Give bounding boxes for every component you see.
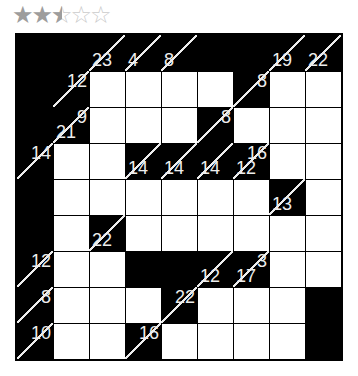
cell-r0c4: 8 (161, 35, 197, 71)
cell-r3c2[interactable] (89, 143, 125, 179)
cell-r5c4[interactable] (161, 215, 197, 251)
cell-r0c1 (53, 35, 89, 71)
cell-r7c7[interactable] (269, 287, 305, 323)
cell-r7c2[interactable] (89, 287, 125, 323)
star-full-icon: ★ (12, 0, 32, 30)
across-clue: 9 (77, 108, 87, 126)
cell-r4c6[interactable] (233, 179, 269, 215)
cell-r5c7[interactable] (269, 215, 305, 251)
cell-r2c2[interactable] (89, 107, 125, 143)
cell-r3c3: 14 (125, 143, 161, 179)
across-clue: 12 (31, 252, 51, 270)
cell-r5c1[interactable] (53, 215, 89, 251)
star-full-icon: ★ (32, 0, 52, 30)
cell-r4c1[interactable] (53, 179, 89, 215)
down-clue: 23 (92, 51, 112, 69)
cell-r3c5: 14 (197, 143, 233, 179)
down-clue: 22 (308, 51, 328, 69)
down-clue: 21 (56, 123, 76, 141)
cell-r3c4: 14 (161, 143, 197, 179)
down-clue: 22 (92, 231, 112, 249)
cell-r4c0 (17, 179, 53, 215)
cell-r1c4[interactable] (161, 71, 197, 107)
cell-r6c7[interactable] (269, 251, 305, 287)
cell-r4c3[interactable] (125, 179, 161, 215)
down-clue: 17 (236, 267, 256, 285)
cell-r3c1[interactable] (53, 143, 89, 179)
cell-r6c1[interactable] (53, 251, 89, 287)
across-clue: 16 (247, 144, 267, 162)
cell-r3c6: 1216 (233, 143, 269, 179)
cell-r1c7[interactable] (269, 71, 305, 107)
cell-r8c1[interactable] (53, 323, 89, 359)
cell-r8c8 (305, 323, 341, 359)
cell-r0c2: 23 (89, 35, 125, 71)
difficulty-rating: ★★☆★☆☆ (12, 0, 110, 32)
cell-r7c0: 8 (17, 287, 53, 323)
cell-r7c6[interactable] (233, 287, 269, 323)
cell-r8c4[interactable] (161, 323, 197, 359)
cell-r5c2: 22 (89, 215, 125, 251)
down-clue: 8 (164, 51, 174, 69)
cell-r5c3[interactable] (125, 215, 161, 251)
down-clue: 19 (272, 51, 292, 69)
cell-r2c4[interactable] (161, 107, 197, 143)
cell-r4c7: 13 (269, 179, 305, 215)
down-clue: 4 (128, 51, 138, 69)
across-clue: 8 (221, 108, 231, 126)
cell-r0c5 (197, 35, 233, 71)
cell-r2c1: 219 (53, 107, 89, 143)
cell-r8c3: 16 (125, 323, 161, 359)
across-clue: 8 (257, 72, 267, 90)
down-clue: 13 (272, 195, 292, 213)
down-clue: 12 (200, 267, 220, 285)
across-clue: 12 (67, 72, 87, 90)
cell-r1c5[interactable] (197, 71, 233, 107)
cell-r3c7[interactable] (269, 143, 305, 179)
down-clue: 14 (164, 159, 184, 177)
cell-r0c7: 19 (269, 35, 305, 71)
cell-r4c8[interactable] (305, 179, 341, 215)
cell-r5c6[interactable] (233, 215, 269, 251)
cell-r2c6[interactable] (233, 107, 269, 143)
cell-r8c5[interactable] (197, 323, 233, 359)
across-clue: 22 (175, 288, 195, 306)
cell-r2c8[interactable] (305, 107, 341, 143)
across-clue: 14 (31, 144, 51, 162)
cell-r6c8[interactable] (305, 251, 341, 287)
cell-r3c8[interactable] (305, 143, 341, 179)
cell-r6c5: 12 (197, 251, 233, 287)
cell-r7c3[interactable] (125, 287, 161, 323)
cell-r0c8: 22 (305, 35, 341, 71)
cell-r0c0 (17, 35, 53, 71)
star-empty-icon: ☆ (71, 0, 91, 30)
cell-r2c5: 8 (197, 107, 233, 143)
cell-r6c0: 12 (17, 251, 53, 287)
cell-r1c2[interactable] (89, 71, 125, 107)
cell-r5c8[interactable] (305, 215, 341, 251)
cell-r4c4[interactable] (161, 179, 197, 215)
cell-r6c6: 173 (233, 251, 269, 287)
cell-r3c0: 14 (17, 143, 53, 179)
cell-r8c2[interactable] (89, 323, 125, 359)
cell-r5c5[interactable] (197, 215, 233, 251)
across-clue: 10 (31, 324, 51, 342)
star-halffill-glyph: ★ (51, 0, 62, 30)
kakuro-board: 2348192212821981414141412161322121217382… (15, 33, 343, 361)
cell-r4c2[interactable] (89, 179, 125, 215)
across-clue: 3 (257, 252, 267, 270)
cell-r2c3[interactable] (125, 107, 161, 143)
star-empty-icon: ☆ (90, 0, 110, 30)
cell-r7c4: 22 (161, 287, 197, 323)
cell-r8c0: 10 (17, 323, 53, 359)
cell-r7c5[interactable] (197, 287, 233, 323)
cell-r8c7[interactable] (269, 323, 305, 359)
cell-r1c3[interactable] (125, 71, 161, 107)
cell-r6c2[interactable] (89, 251, 125, 287)
across-clue: 8 (41, 288, 51, 306)
cell-r1c0 (17, 71, 53, 107)
across-clue: 16 (139, 324, 159, 342)
cell-r1c1: 12 (53, 71, 89, 107)
down-clue: 14 (128, 159, 148, 177)
cell-r8c6[interactable] (233, 323, 269, 359)
cell-r6c3 (125, 251, 161, 287)
cell-r0c3: 4 (125, 35, 161, 71)
cell-r1c6: 8 (233, 71, 269, 107)
cell-r2c7[interactable] (269, 107, 305, 143)
cell-r4c5[interactable] (197, 179, 233, 215)
cell-r1c8[interactable] (305, 71, 341, 107)
cell-r7c8 (305, 287, 341, 323)
star-half-icon: ☆★ (51, 0, 71, 30)
cell-r5c0 (17, 215, 53, 251)
cell-r6c4 (161, 251, 197, 287)
cell-r0c6 (233, 35, 269, 71)
cell-r2c0 (17, 107, 53, 143)
cell-r7c1[interactable] (53, 287, 89, 323)
down-clue: 14 (200, 159, 220, 177)
